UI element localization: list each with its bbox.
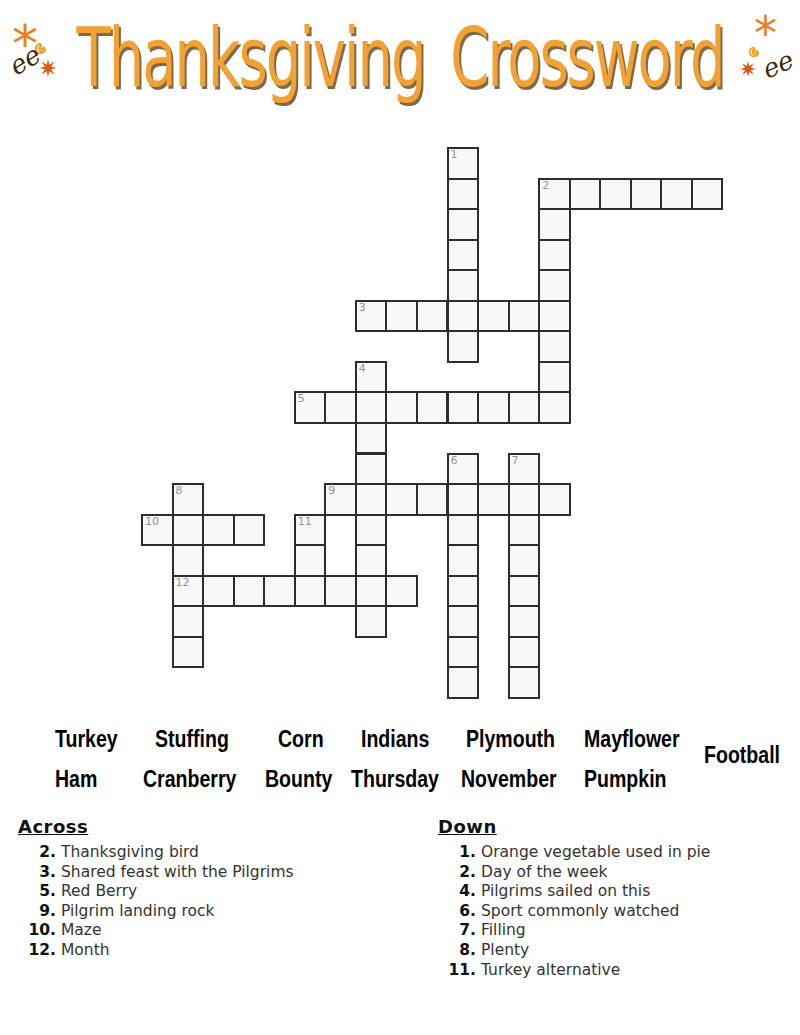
grid-cell-r3c13[interactable]	[538, 239, 571, 272]
grid-cell-r8c9[interactable]	[416, 391, 449, 424]
down-clue-2: 2.Day of the week	[438, 863, 788, 883]
clue-text: Turkey alternative	[481, 961, 620, 981]
grid-cell-r5c11[interactable]	[477, 300, 510, 333]
grid-cell-r5c8[interactable]	[385, 300, 418, 333]
across-clues-section: Across 2.Thanksgiving bird3.Shared feast…	[18, 816, 418, 961]
cell-number: 1	[451, 149, 458, 161]
grid-cell-r11c6[interactable]: 9	[324, 483, 357, 516]
worksheet-page: * ee Thanksgiving Crossword * ee 1234567…	[0, 0, 800, 1035]
grid-cell-r11c12[interactable]	[508, 483, 541, 516]
grid-cell-r12c7[interactable]	[355, 514, 388, 547]
down-clue-11: 11.Turkey alternative	[438, 961, 788, 981]
clue-text: Plenty	[481, 941, 529, 961]
page-title: Thanksgiving Crossword	[0, 18, 800, 99]
grid-cell-r9c7[interactable]	[355, 422, 388, 455]
grid-cell-r15c12[interactable]	[508, 605, 541, 638]
word-bank-football: Football	[704, 741, 780, 769]
grid-cell-r11c7[interactable]	[355, 483, 388, 516]
grid-cell-r12c12[interactable]	[508, 514, 541, 547]
grid-cell-r14c2[interactable]	[202, 575, 235, 608]
grid-cell-r15c7[interactable]	[355, 605, 388, 638]
grid-cell-r14c3[interactable]	[233, 575, 266, 608]
clue-number: 11.	[438, 961, 481, 981]
grid-cell-r17c12[interactable]	[508, 666, 541, 699]
across-clue-12: 12.Month	[18, 941, 418, 961]
grid-cell-r8c10[interactable]	[447, 391, 480, 424]
clue-number: 4.	[438, 882, 481, 902]
grid-cell-r1c15[interactable]	[599, 178, 632, 211]
grid-cell-r0c10[interactable]: 1	[447, 147, 480, 180]
cell-number: 8	[176, 485, 183, 497]
grid-cell-r16c1[interactable]	[172, 636, 205, 669]
grid-cell-r15c1[interactable]	[172, 605, 205, 638]
across-heading: Across	[18, 816, 88, 837]
word-bank-corn: Corn	[278, 725, 324, 753]
clue-text: Day of the week	[481, 863, 608, 883]
cell-number: 12	[176, 577, 190, 589]
word-bank-cranberry: Cranberry	[143, 765, 236, 793]
cell-number: 2	[542, 180, 549, 192]
cell-number: 6	[451, 455, 458, 467]
word-bank-bounty: Bounty	[265, 765, 332, 793]
grid-cell-r11c10[interactable]	[447, 483, 480, 516]
grid-cell-r13c7[interactable]	[355, 544, 388, 577]
grid-cell-r3c10[interactable]	[447, 239, 480, 272]
grid-cell-r6c13[interactable]	[538, 330, 571, 363]
clue-text: Orange vegetable used in pie	[481, 843, 710, 863]
clue-text: Filling	[481, 921, 526, 941]
grid-cell-r10c10[interactable]: 6	[447, 453, 480, 486]
clue-text: Maze	[61, 921, 102, 941]
grid-cell-r1c16[interactable]	[630, 178, 663, 211]
clue-text: Pilgrims sailed on this	[481, 882, 650, 902]
grid-cell-r12c3[interactable]	[233, 514, 266, 547]
grid-cell-r1c14[interactable]	[569, 178, 602, 211]
grid-cell-r1c13[interactable]: 2	[538, 178, 571, 211]
clue-number: 1.	[438, 843, 481, 863]
grid-cell-r8c13[interactable]	[538, 391, 571, 424]
clue-text: Sport commonly watched	[481, 902, 679, 922]
grid-cell-r14c1[interactable]: 12	[172, 575, 205, 608]
grid-cell-r5c9[interactable]	[416, 300, 449, 333]
word-bank-november: November	[461, 765, 557, 793]
word-bank-thursday: Thursday	[351, 765, 439, 793]
grid-cell-r8c12[interactable]	[508, 391, 541, 424]
grid-cell-r12c5[interactable]: 11	[294, 514, 327, 547]
grid-cell-r13c12[interactable]	[508, 544, 541, 577]
grid-cell-r11c13[interactable]	[538, 483, 571, 516]
across-clue-3: 3.Shared feast with the Pilgrims	[18, 863, 418, 883]
across-clue-list: 2.Thanksgiving bird3.Shared feast with t…	[18, 843, 418, 961]
grid-cell-r16c12[interactable]	[508, 636, 541, 669]
clue-number: 5.	[18, 882, 61, 902]
grid-cell-r2c10[interactable]	[447, 208, 480, 241]
grid-cell-r1c18[interactable]	[691, 178, 724, 211]
grid-cell-r8c6[interactable]	[324, 391, 357, 424]
grid-cell-r14c12[interactable]	[508, 575, 541, 608]
grid-cell-r7c7[interactable]: 4	[355, 361, 388, 394]
grid-cell-r4c10[interactable]	[447, 269, 480, 302]
cell-number: 5	[298, 393, 305, 405]
clue-number: 2.	[18, 843, 61, 863]
grid-cell-r11c11[interactable]	[477, 483, 510, 516]
grid-cell-r14c8[interactable]	[385, 575, 418, 608]
clue-number: 10.	[18, 921, 61, 941]
clue-text: Shared feast with the Pilgrims	[61, 863, 294, 883]
grid-cell-r11c1[interactable]: 8	[172, 483, 205, 516]
grid-cell-r6c10[interactable]	[447, 330, 480, 363]
down-clues-section: Down 1.Orange vegetable used in pie2.Day…	[438, 816, 788, 980]
clue-text: Pilgrim landing rock	[61, 902, 215, 922]
clue-number: 2.	[438, 863, 481, 883]
grid-cell-r14c10[interactable]	[447, 575, 480, 608]
grid-cell-r14c7[interactable]	[355, 575, 388, 608]
grid-cell-r12c10[interactable]	[447, 514, 480, 547]
word-bank-pumpkin: Pumpkin	[584, 765, 667, 793]
across-clue-9: 9.Pilgrim landing rock	[18, 902, 418, 922]
grid-cell-r11c9[interactable]	[416, 483, 449, 516]
grid-cell-r10c12[interactable]: 7	[508, 453, 541, 486]
word-bank-indians: Indians	[361, 725, 429, 753]
grid-cell-r8c11[interactable]	[477, 391, 510, 424]
cell-number: 7	[512, 455, 519, 467]
cell-number: 4	[359, 363, 366, 375]
grid-cell-r2c13[interactable]	[538, 208, 571, 241]
clue-text: Red Berry	[61, 882, 137, 902]
clue-number: 3.	[18, 863, 61, 883]
grid-cell-r13c5[interactable]	[294, 544, 327, 577]
grid-cell-r16c10[interactable]	[447, 636, 480, 669]
clue-number: 9.	[18, 902, 61, 922]
grid-cell-r8c8[interactable]	[385, 391, 418, 424]
grid-cell-r14c4[interactable]	[263, 575, 296, 608]
down-heading: Down	[438, 816, 497, 837]
down-clue-7: 7.Filling	[438, 921, 788, 941]
grid-cell-r8c7[interactable]	[355, 391, 388, 424]
grid-cell-r15c10[interactable]	[447, 605, 480, 638]
grid-cell-r4c13[interactable]	[538, 269, 571, 302]
down-clue-list: 1.Orange vegetable used in pie2.Day of t…	[438, 843, 788, 980]
grid-cell-r12c1[interactable]	[172, 514, 205, 547]
clue-text: Month	[61, 941, 110, 961]
clue-text: Thanksgiving bird	[61, 843, 199, 863]
word-bank-mayflower: Mayflower	[584, 725, 680, 753]
grid-cell-r5c10[interactable]	[447, 300, 480, 333]
grid-cell-r8c5[interactable]: 5	[294, 391, 327, 424]
grid-cell-r5c12[interactable]	[508, 300, 541, 333]
grid-cell-r7c13[interactable]	[538, 361, 571, 394]
word-bank-ham: Ham	[55, 765, 97, 793]
word-bank-turkey: Turkey	[55, 725, 118, 753]
clue-number: 8.	[438, 941, 481, 961]
grid-cell-r5c7[interactable]: 3	[355, 300, 388, 333]
crossword-grid: 123456789101112	[141, 147, 725, 701]
across-clue-2: 2.Thanksgiving bird	[18, 843, 418, 863]
grid-cell-r14c6[interactable]	[324, 575, 357, 608]
clue-number: 6.	[438, 902, 481, 922]
word-bank-stuffing: Stuffing	[155, 725, 229, 753]
cell-number: 10	[145, 516, 159, 528]
down-clue-8: 8.Plenty	[438, 941, 788, 961]
clue-number: 7.	[438, 921, 481, 941]
grid-cell-r11c8[interactable]	[385, 483, 418, 516]
grid-cell-r1c10[interactable]	[447, 178, 480, 211]
cell-number: 3	[359, 302, 366, 314]
down-clue-6: 6.Sport commonly watched	[438, 902, 788, 922]
grid-cell-r13c1[interactable]	[172, 544, 205, 577]
clue-number: 12.	[18, 941, 61, 961]
down-clue-1: 1.Orange vegetable used in pie	[438, 843, 788, 863]
grid-cell-r12c2[interactable]	[202, 514, 235, 547]
across-clue-10: 10.Maze	[18, 921, 418, 941]
grid-cell-r1c17[interactable]	[660, 178, 693, 211]
grid-cell-r13c10[interactable]	[447, 544, 480, 577]
grid-cell-r10c7[interactable]	[355, 453, 388, 486]
down-clue-4: 4.Pilgrims sailed on this	[438, 882, 788, 902]
cell-number: 11	[298, 516, 312, 528]
grid-cell-r5c13[interactable]	[538, 300, 571, 333]
cell-number: 9	[328, 485, 335, 497]
word-bank-plymouth: Plymouth	[466, 725, 555, 753]
grid-cell-r17c10[interactable]	[447, 666, 480, 699]
grid-cell-r12c0[interactable]: 10	[141, 514, 174, 547]
across-clue-5: 5.Red Berry	[18, 882, 418, 902]
grid-cell-r14c5[interactable]	[294, 575, 327, 608]
